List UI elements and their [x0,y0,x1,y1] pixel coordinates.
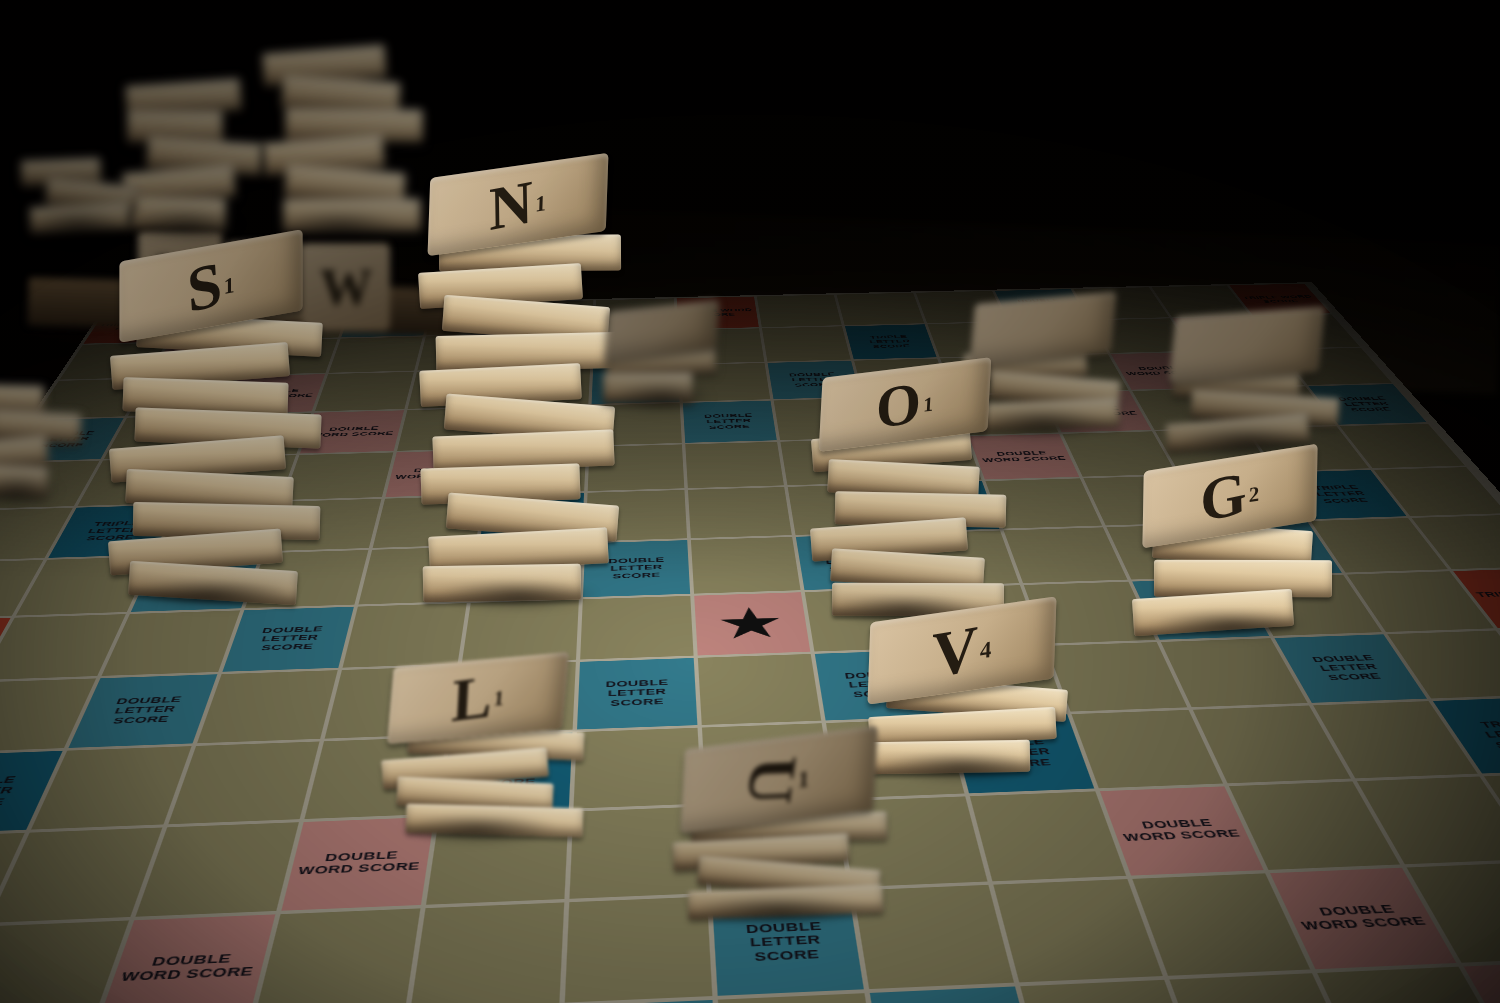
premium-square-label: DOUBLE LETTER SCORE [81,694,208,727]
tile-stack[interactable] [606,306,718,403]
board-square[interactable] [688,487,792,538]
tile-points: 1 [923,394,934,415]
tile-letter: G [1200,462,1248,532]
tile-stack[interactable] [1172,312,1322,447]
board-square[interactable] [762,326,851,361]
tile-stack-o[interactable]: O1 [820,368,990,616]
board-square[interactable] [757,295,842,327]
tile-letter: U [736,755,808,806]
board-square[interactable] [685,442,784,488]
premium-square-label: TRIPLE WORD SCORE [1239,294,1319,304]
board-square[interactable] [970,791,1126,881]
board-square[interactable] [168,741,319,824]
board-square[interactable] [1004,527,1128,583]
stack-cast-shadow [16,203,140,247]
tile-stack-u[interactable]: U1 [682,738,876,916]
tile-points: 4 [980,637,992,662]
board-square[interactable] [837,293,925,325]
tile-points: 1 [493,688,505,710]
rack-tile-w[interactable]: W [302,243,390,331]
scrabble-photo-scene: { "game": "Scrabble", "scene_description… [0,0,1500,1003]
tile-letter: S [185,251,224,323]
board-square[interactable] [698,654,821,725]
board-square[interactable] [691,537,801,594]
premium-square-dls[interactable]: DOUBLE LETTER SCORE [577,658,697,730]
stack-cast-shadow [845,745,1078,789]
board-square[interactable] [411,902,565,1003]
tile-stack[interactable] [972,298,1114,429]
center-star: ★ [697,601,807,647]
tile-letter: V [932,615,978,688]
premium-square-label: DOUBLE LETTER SCORE [580,677,694,709]
premium-square-label: DOUBLE WORD SCORE [1288,901,1433,933]
stack-cast-shadow [96,572,327,616]
premium-square-label: DOUBLE WORD SCORE [114,950,263,984]
board-square[interactable] [197,670,338,743]
tile-stack-l[interactable]: L1 [390,660,566,835]
tile-letter: L [450,666,493,731]
board-square[interactable] [255,908,421,1003]
board-square[interactable] [329,337,423,373]
premium-square-dls[interactable]: DOUBLE LETTER SCORE [222,607,353,672]
tile-face-illegible [1169,306,1326,382]
tile-stack-v[interactable]: V4 [868,610,1056,773]
stack-cast-shadow [369,807,587,851]
tile-points: 1 [535,192,547,216]
board-square[interactable] [135,822,298,917]
premium-square-label: DOUBLE WORD SCORE [1489,998,1500,1003]
tile-stack[interactable] [272,52,408,232]
premium-square-label: TRIPLE LETTER SCORE [849,334,931,350]
stack-cast-shadow [0,468,75,512]
tile-face-L: L1 [387,652,569,744]
tile-stack[interactable] [128,85,246,230]
premium-square-star[interactable]: ★ [694,592,810,655]
tile-stack-s[interactable]: S1 [118,246,304,600]
stack-cast-shadow [1121,603,1339,647]
tile-points: 2 [1249,484,1260,507]
tile-letter: O [876,372,922,438]
stack-cast-shadow [593,375,732,419]
tile-stack-n[interactable]: N1 [428,166,608,601]
premium-square-label: DOUBLE WORD SCORE [293,848,427,877]
tile-letter: N [489,170,534,240]
stack-cast-shadow [406,573,629,617]
tile-stack[interactable] [0,388,64,496]
premium-square-label: DOUBLE WORD SCORE [1113,816,1246,844]
premium-square-dls[interactable]: DOUBLE LETTER SCORE [870,986,1045,1003]
tile-points: 1 [224,274,235,298]
premium-square-label: DOUBLE LETTER SCORE [231,624,347,653]
premium-square-label: DOUBLE WORD SCORE [976,449,1069,463]
premium-square-tls[interactable]: TRIPLE LETTER SCORE [845,324,937,359]
board-square[interactable] [315,372,414,411]
tile-face-illegible [970,291,1117,365]
premium-square-label: DOUBLE LETTER SCORE [1287,653,1411,683]
tile-stack-g[interactable]: G2 [1142,458,1318,631]
stack-cast-shadow [659,888,900,932]
tile-stack[interactable] [28,162,128,231]
